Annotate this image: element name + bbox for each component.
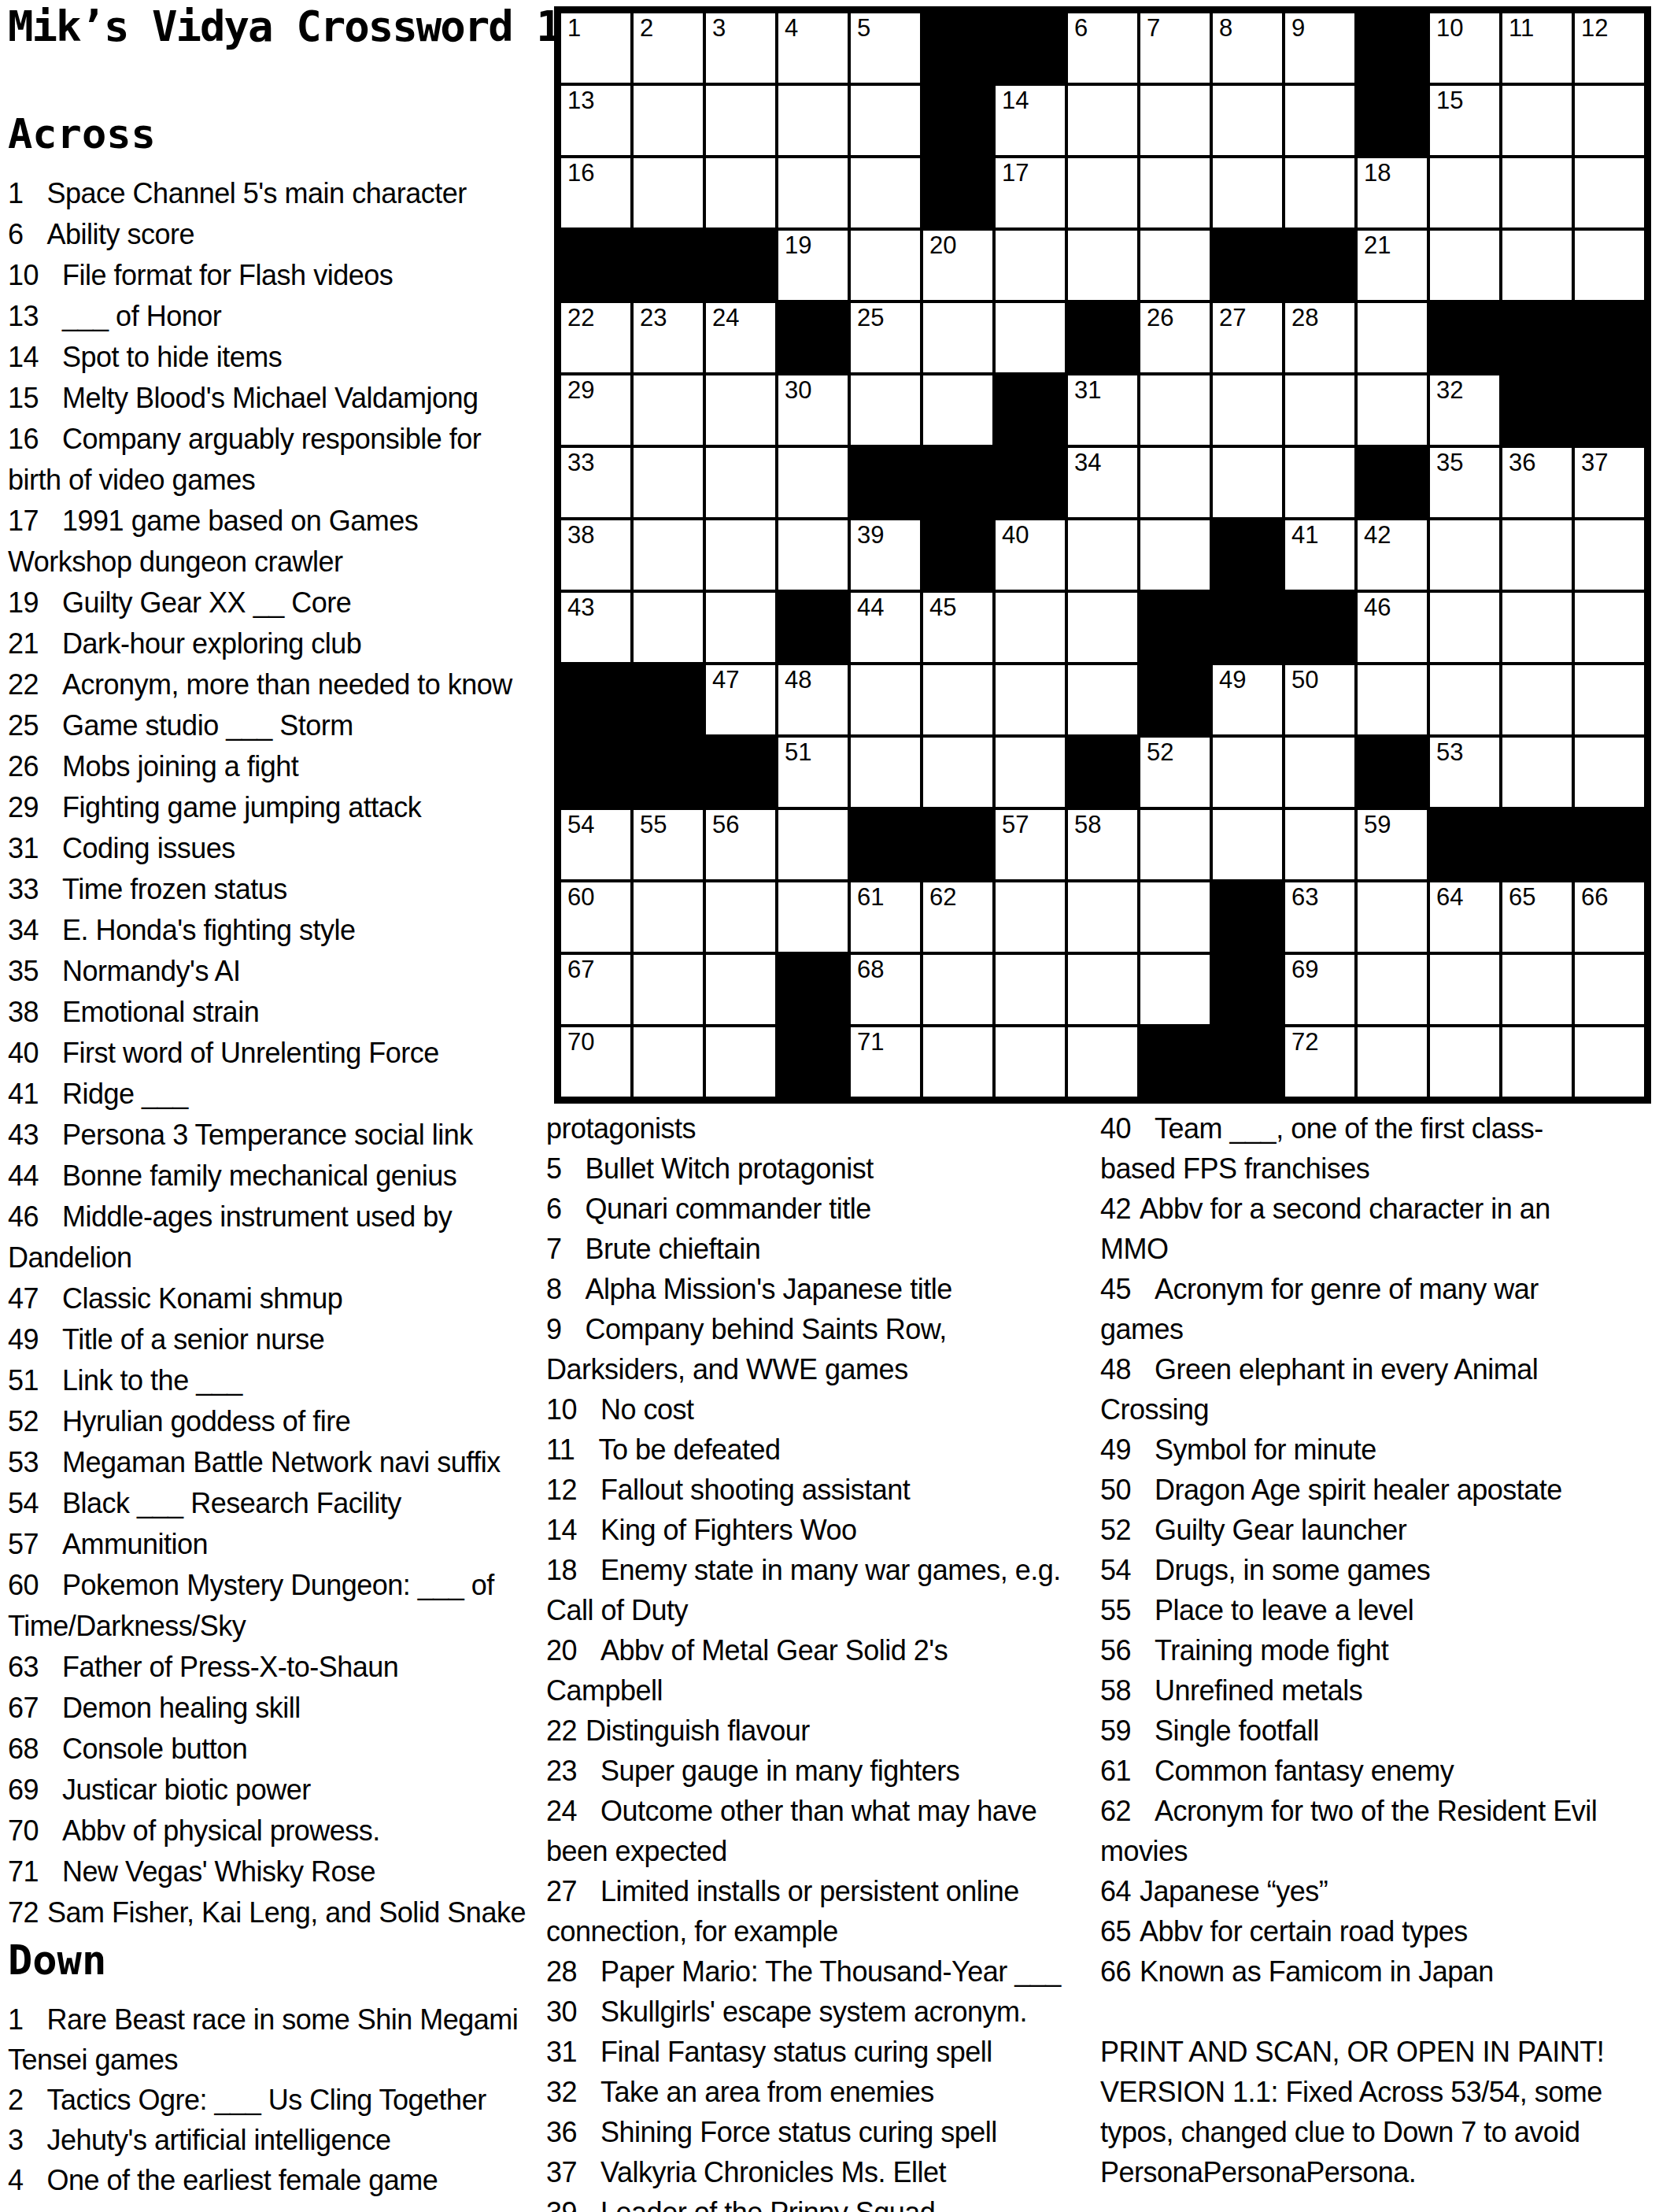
down-clue-9: 9Company behind Saints Row, [546, 1309, 1099, 1349]
black-cell-r11c12 [1356, 736, 1428, 808]
cell-number-59: 59 [1364, 811, 1391, 839]
black-cell-r6c7 [994, 374, 1066, 446]
cell-r4c7[interactable] [994, 229, 1066, 301]
cell-r12c12[interactable]: 59 [1356, 808, 1428, 881]
down-clue-24: 24Outcome other than what may have [546, 1791, 1099, 1831]
cell-r9c13[interactable] [1428, 591, 1501, 664]
cell-number-71: 71 [857, 1028, 884, 1056]
cell-r10c10[interactable]: 49 [1211, 664, 1284, 736]
cell-r2c13[interactable]: 15 [1428, 84, 1501, 157]
cell-r13c11[interactable]: 63 [1284, 881, 1356, 953]
black-cell-r15c9 [1139, 1026, 1211, 1098]
cell-r14c14[interactable] [1501, 953, 1573, 1026]
cell-r3c3[interactable] [704, 157, 777, 229]
cell-r1c1[interactable]: 1 [560, 12, 632, 84]
down-clue-40: 40Team ___, one of the first class- [1100, 1108, 1657, 1149]
down-clue-continuation: based FPS franchises [1100, 1149, 1657, 1189]
across-clue-49: 49Title of a senior nurse [8, 1319, 549, 1360]
cell-r7c9[interactable] [1139, 446, 1211, 519]
cell-r4c5[interactable] [849, 229, 922, 301]
cell-r14c1[interactable]: 67 [560, 953, 632, 1026]
across-clue-25: 25Game studio ___ Storm [8, 705, 549, 746]
cell-r8c9[interactable] [1139, 519, 1211, 591]
cell-number-68: 68 [857, 956, 884, 984]
cell-r7c14[interactable]: 36 [1501, 446, 1573, 519]
cell-r10c3[interactable]: 47 [704, 664, 777, 736]
cell-r6c2[interactable] [632, 374, 704, 446]
cell-r1c3[interactable]: 3 [704, 12, 777, 84]
cell-r11c6[interactable] [922, 736, 994, 808]
cell-r8c13[interactable] [1428, 519, 1501, 591]
cell-r13c1[interactable]: 60 [560, 881, 632, 953]
cell-number-15: 15 [1436, 87, 1463, 115]
black-cell-r10c1 [560, 664, 632, 736]
across-clue-60: 60Pokemon Mystery Dungeon: ___ of [8, 1565, 549, 1606]
cell-r10c5[interactable] [849, 664, 922, 736]
down-clue-64: 64Japanese “yes” [1100, 1871, 1657, 1911]
down-clue-6: 6Qunari commander title [546, 1189, 1099, 1229]
cell-r15c8[interactable] [1066, 1026, 1139, 1098]
down-clues-right-items: 40Team ___, one of the first class-based… [1100, 1108, 1657, 1992]
cell-r9c1[interactable]: 43 [560, 591, 632, 664]
cell-r9c5[interactable]: 44 [849, 591, 922, 664]
cell-r3c5[interactable] [849, 157, 922, 229]
cell-r4c15[interactable] [1573, 229, 1646, 301]
cell-r8c11[interactable]: 41 [1284, 519, 1356, 591]
cell-r3c14[interactable] [1501, 157, 1573, 229]
black-cell-r13c10 [1211, 881, 1284, 953]
cell-r7c10[interactable] [1211, 446, 1284, 519]
cell-number-72: 72 [1291, 1028, 1318, 1056]
cell-r11c5[interactable] [849, 736, 922, 808]
cell-number-8: 8 [1219, 14, 1232, 43]
cell-r2c1[interactable]: 13 [560, 84, 632, 157]
black-cell-r7c7 [994, 446, 1066, 519]
down-clue-number-1: 1 [8, 1999, 24, 2040]
cell-r13c12[interactable] [1356, 881, 1428, 953]
cell-r14c9[interactable] [1139, 953, 1211, 1026]
down-clue-27: 27Limited installs or persistent online [546, 1871, 1099, 1911]
across-clue-number-60: 60 [8, 1565, 39, 1606]
across-clue-continuation: Time/Darkness/Sky [8, 1606, 549, 1647]
cell-number-60: 60 [567, 883, 594, 912]
cell-number-69: 69 [1291, 956, 1318, 984]
cell-r1c13[interactable]: 10 [1428, 12, 1501, 84]
black-cell-r5c4 [777, 301, 849, 374]
down-clue-number-8: 8 [546, 1269, 562, 1309]
cell-r10c7[interactable] [994, 664, 1066, 736]
cell-r15c2[interactable] [632, 1026, 704, 1098]
cell-number-65: 65 [1509, 883, 1535, 912]
cell-r13c2[interactable] [632, 881, 704, 953]
cell-r13c4[interactable] [777, 881, 849, 953]
cell-r4c4[interactable]: 19 [777, 229, 849, 301]
cell-r6c8[interactable]: 31 [1066, 374, 1139, 446]
across-clue-1: 1Space Channel 5's main character [8, 173, 549, 214]
cell-r7c13[interactable]: 35 [1428, 446, 1501, 519]
cell-r6c11[interactable] [1284, 374, 1356, 446]
cell-r14c12[interactable] [1356, 953, 1428, 1026]
across-clue-number-15: 15 [8, 378, 39, 419]
cell-r11c13[interactable]: 53 [1428, 736, 1501, 808]
cell-r5c11[interactable]: 28 [1284, 301, 1356, 374]
cell-r14c7[interactable] [994, 953, 1066, 1026]
cell-r12c2[interactable]: 55 [632, 808, 704, 881]
across-clue-number-10: 10 [8, 255, 39, 296]
cell-r2c9[interactable] [1139, 84, 1211, 157]
cell-r15c3[interactable] [704, 1026, 777, 1098]
black-cell-r9c9 [1139, 591, 1211, 664]
down-clue-39: 39Leader of the Prinny Squad [546, 2192, 1099, 2212]
across-clue-71: 71New Vegas' Whisky Rose [8, 1851, 549, 1892]
cell-r8c3[interactable] [704, 519, 777, 591]
cell-r4c9[interactable] [1139, 229, 1211, 301]
cell-r3c15[interactable] [1573, 157, 1646, 229]
cell-r15c14[interactable] [1501, 1026, 1573, 1098]
across-clue-number-69: 69 [8, 1770, 39, 1811]
cell-r13c14[interactable]: 65 [1501, 881, 1573, 953]
cell-r13c15[interactable]: 66 [1573, 881, 1646, 953]
cell-number-39: 39 [857, 521, 884, 549]
cell-r12c11[interactable] [1284, 808, 1356, 881]
down-clue-number-50: 50 [1100, 1470, 1131, 1510]
cell-r15c6[interactable] [922, 1026, 994, 1098]
down-clue-number-61: 61 [1100, 1751, 1131, 1791]
black-cell-r6c14 [1501, 374, 1573, 446]
cell-r6c1[interactable]: 29 [560, 374, 632, 446]
across-clue-number-1: 1 [8, 173, 24, 214]
cell-r8c14[interactable] [1501, 519, 1573, 591]
across-clue-number-67: 67 [8, 1688, 39, 1729]
across-clue-number-34: 34 [8, 910, 39, 951]
cell-r5c1[interactable]: 22 [560, 301, 632, 374]
black-cell-r9c10 [1211, 591, 1284, 664]
cell-number-21: 21 [1364, 231, 1391, 260]
cell-r3c7[interactable]: 17 [994, 157, 1066, 229]
cell-r8c4[interactable] [777, 519, 849, 591]
across-clue-number-72: 72 [8, 1892, 39, 1933]
cell-r11c14[interactable] [1501, 736, 1573, 808]
across-clue-16: 16Company arguably responsible for [8, 419, 549, 460]
cell-r1c10[interactable]: 8 [1211, 12, 1284, 84]
down-clue-62: 62Acronym for two of the Resident Evil [1100, 1791, 1657, 1831]
cell-number-57: 57 [1002, 811, 1029, 839]
cell-r9c3[interactable] [704, 591, 777, 664]
across-clue-51: 51Link to the ___ [8, 1360, 549, 1401]
cell-r15c13[interactable] [1428, 1026, 1501, 1098]
cell-r14c2[interactable] [632, 953, 704, 1026]
cell-r7c8[interactable]: 34 [1066, 446, 1139, 519]
cell-r14c5[interactable]: 68 [849, 953, 922, 1026]
down-clue-11: 11To be defeated [546, 1430, 1099, 1470]
across-clue-number-21: 21 [8, 623, 39, 664]
down-clue-continuation: connection, for example [546, 1911, 1099, 1951]
cell-number-19: 19 [785, 231, 811, 260]
cell-number-9: 9 [1291, 14, 1305, 43]
cell-r8c12[interactable]: 42 [1356, 519, 1428, 591]
cell-r9c12[interactable]: 46 [1356, 591, 1428, 664]
down-clue-number-42: 42 [1100, 1189, 1131, 1229]
cell-number-11: 11 [1509, 14, 1534, 43]
down-clue-number-54: 54 [1100, 1550, 1131, 1590]
cell-r3c2[interactable] [632, 157, 704, 229]
cell-r7c4[interactable] [777, 446, 849, 519]
across-clue-number-22: 22 [8, 664, 39, 705]
cell-r15c15[interactable] [1573, 1026, 1646, 1098]
cell-r1c15[interactable]: 12 [1573, 12, 1646, 84]
cell-number-63: 63 [1291, 883, 1318, 912]
cell-number-27: 27 [1219, 304, 1246, 332]
black-cell-r8c10 [1211, 519, 1284, 591]
cell-r7c3[interactable] [704, 446, 777, 519]
cell-r2c11[interactable] [1284, 84, 1356, 157]
across-clue-number-51: 51 [8, 1360, 39, 1401]
cell-r6c12[interactable] [1356, 374, 1428, 446]
cell-r2c10[interactable] [1211, 84, 1284, 157]
cell-r14c6[interactable] [922, 953, 994, 1026]
cell-r10c12[interactable] [1356, 664, 1428, 736]
cell-number-58: 58 [1074, 811, 1101, 839]
cell-r6c5[interactable] [849, 374, 922, 446]
cell-r6c13[interactable]: 32 [1428, 374, 1501, 446]
cell-r1c14[interactable]: 11 [1501, 12, 1573, 84]
cell-r3c1[interactable]: 16 [560, 157, 632, 229]
cell-r7c15[interactable]: 37 [1573, 446, 1646, 519]
page-title: Mik’s Vidya Crossword 1 [8, 2, 560, 51]
cell-r6c9[interactable] [1139, 374, 1211, 446]
cell-r15c1[interactable]: 70 [560, 1026, 632, 1098]
cell-r5c12[interactable] [1356, 301, 1428, 374]
cell-r3c11[interactable] [1284, 157, 1356, 229]
across-clue-63: 63Father of Press-X-to-Shaun [8, 1647, 549, 1688]
cell-r5c3[interactable]: 24 [704, 301, 777, 374]
cell-r12c1[interactable]: 54 [560, 808, 632, 881]
cell-r4c14[interactable] [1501, 229, 1573, 301]
cell-r12c7[interactable]: 57 [994, 808, 1066, 881]
cell-r6c3[interactable] [704, 374, 777, 446]
cell-number-45: 45 [929, 594, 956, 622]
across-clue-list: 1Space Channel 5's main character6Abilit… [8, 173, 549, 1933]
cell-r2c4[interactable] [777, 84, 849, 157]
across-clue-53: 53Megaman Battle Network navi suffix [8, 1442, 549, 1483]
cell-r5c10[interactable]: 27 [1211, 301, 1284, 374]
cell-r2c15[interactable] [1573, 84, 1646, 157]
cell-r1c9[interactable]: 7 [1139, 12, 1211, 84]
cell-r10c6[interactable] [922, 664, 994, 736]
cell-r10c13[interactable] [1428, 664, 1501, 736]
across-clue-number-13: 13 [8, 296, 39, 337]
cell-r8c1[interactable]: 38 [560, 519, 632, 591]
cell-r4c6[interactable]: 20 [922, 229, 994, 301]
across-clue-number-29: 29 [8, 787, 39, 828]
cell-r14c11[interactable]: 69 [1284, 953, 1356, 1026]
cell-r2c2[interactable] [632, 84, 704, 157]
cell-r2c14[interactable] [1501, 84, 1573, 157]
cell-r5c5[interactable]: 25 [849, 301, 922, 374]
cell-r7c1[interactable]: 33 [560, 446, 632, 519]
cell-r10c11[interactable]: 50 [1284, 664, 1356, 736]
cell-r9c2[interactable] [632, 591, 704, 664]
cell-r5c7[interactable] [994, 301, 1066, 374]
cell-r5c2[interactable]: 23 [632, 301, 704, 374]
across-clue-number-31: 31 [8, 828, 39, 869]
cell-r2c8[interactable] [1066, 84, 1139, 157]
cell-r11c11[interactable] [1284, 736, 1356, 808]
black-cell-r1c6 [922, 12, 994, 84]
down-clue-continuation: Campbell [546, 1670, 1099, 1711]
cell-r4c13[interactable] [1428, 229, 1501, 301]
cell-r10c4[interactable]: 48 [777, 664, 849, 736]
cell-r1c8[interactable]: 6 [1066, 12, 1139, 84]
cell-number-34: 34 [1074, 449, 1101, 477]
cell-r6c4[interactable]: 30 [777, 374, 849, 446]
cell-r4c12[interactable]: 21 [1356, 229, 1428, 301]
down-clue-continuation: protagonists [546, 1108, 1099, 1149]
down-clue-number-7: 7 [546, 1229, 562, 1269]
cell-r3c10[interactable] [1211, 157, 1284, 229]
down-clue-number-20: 20 [546, 1630, 577, 1670]
cell-r9c7[interactable] [994, 591, 1066, 664]
cell-r10c14[interactable] [1501, 664, 1573, 736]
cell-r11c15[interactable] [1573, 736, 1646, 808]
cell-r15c11[interactable]: 72 [1284, 1026, 1356, 1098]
black-cell-r12c6 [922, 808, 994, 881]
cell-r12c9[interactable] [1139, 808, 1211, 881]
down-clue-48: 48Green elephant in every Animal [1100, 1349, 1657, 1389]
cell-r1c2[interactable]: 2 [632, 12, 704, 84]
cell-r10c8[interactable] [1066, 664, 1139, 736]
cell-r1c4[interactable]: 4 [777, 12, 849, 84]
black-cell-r6c15 [1573, 374, 1646, 446]
cell-number-46: 46 [1364, 594, 1391, 622]
down-clue-continuation: Darksiders, and WWE games [546, 1349, 1099, 1389]
cell-r7c2[interactable] [632, 446, 704, 519]
across-clue-number-52: 52 [8, 1401, 39, 1442]
down-clue-number-36: 36 [546, 2112, 577, 2152]
cell-r9c14[interactable] [1501, 591, 1573, 664]
cell-r6c10[interactable] [1211, 374, 1284, 446]
cell-number-41: 41 [1291, 521, 1318, 549]
down-clue-number-65: 65 [1100, 1911, 1131, 1951]
down-clue-50: 50Dragon Age spirit healer apostate [1100, 1470, 1657, 1510]
across-clue-21: 21Dark-hour exploring club [8, 623, 549, 664]
cell-r11c7[interactable] [994, 736, 1066, 808]
across-clue-67: 67Demon healing skill [8, 1688, 549, 1729]
down-clue-5: 5Bullet Witch protagonist [546, 1149, 1099, 1189]
down-clue-18: 18Enemy state in many war games, e.g. [546, 1550, 1099, 1590]
cell-r13c6[interactable]: 62 [922, 881, 994, 953]
cell-r3c13[interactable] [1428, 157, 1501, 229]
down-clue-number-4: 4 [8, 2160, 24, 2200]
cell-r3c4[interactable] [777, 157, 849, 229]
cell-r9c8[interactable] [1066, 591, 1139, 664]
cell-r8c7[interactable]: 40 [994, 519, 1066, 591]
cell-r3c12[interactable]: 18 [1356, 157, 1428, 229]
black-cell-r14c10 [1211, 953, 1284, 1026]
cell-r12c3[interactable]: 56 [704, 808, 777, 881]
cell-r14c15[interactable] [1573, 953, 1646, 1026]
cell-r13c13[interactable]: 64 [1428, 881, 1501, 953]
cell-r8c8[interactable] [1066, 519, 1139, 591]
cell-r12c4[interactable] [777, 808, 849, 881]
cell-r1c11[interactable]: 9 [1284, 12, 1356, 84]
cell-r2c7[interactable]: 14 [994, 84, 1066, 157]
cell-r6c6[interactable] [922, 374, 994, 446]
cell-r8c15[interactable] [1573, 519, 1646, 591]
cell-number-7: 7 [1147, 14, 1160, 43]
cell-r14c8[interactable] [1066, 953, 1139, 1026]
cell-r14c13[interactable] [1428, 953, 1501, 1026]
down-clue-number-9: 9 [546, 1309, 562, 1349]
cell-r7c11[interactable] [1284, 446, 1356, 519]
cell-r11c10[interactable] [1211, 736, 1284, 808]
cell-number-54: 54 [567, 811, 594, 839]
cell-r11c9[interactable]: 52 [1139, 736, 1211, 808]
cell-r14c3[interactable] [704, 953, 777, 1026]
cell-r5c6[interactable] [922, 301, 994, 374]
cell-r2c3[interactable] [704, 84, 777, 157]
cell-number-30: 30 [785, 376, 811, 405]
cell-r12c10[interactable] [1211, 808, 1284, 881]
cell-r8c5[interactable]: 39 [849, 519, 922, 591]
across-clue-number-71: 71 [8, 1851, 39, 1892]
cell-r5c9[interactable]: 26 [1139, 301, 1211, 374]
cell-r13c3[interactable] [704, 881, 777, 953]
cell-r3c9[interactable] [1139, 157, 1211, 229]
cell-r13c9[interactable] [1139, 881, 1211, 953]
down-header: Down [8, 1936, 106, 1984]
black-cell-r2c12 [1356, 84, 1428, 157]
down-clue-49: 49Symbol for minute [1100, 1430, 1657, 1470]
across-clue-number-70: 70 [8, 1811, 39, 1851]
across-clue-6: 6Ability score [8, 214, 549, 255]
down-clue-4: 4One of the earliest female game [8, 2160, 518, 2200]
cell-r4c8[interactable] [1066, 229, 1139, 301]
across-clue-43: 43Persona 3 Temperance social link [8, 1115, 549, 1156]
cell-r1c5[interactable]: 5 [849, 12, 922, 84]
across-clue-72: 72Sam Fisher, Kai Leng, and Solid Snake [8, 1892, 549, 1933]
cell-r13c7[interactable] [994, 881, 1066, 953]
cell-number-14: 14 [1002, 87, 1029, 115]
down-clue-number-66: 66 [1100, 1951, 1131, 1992]
cell-r10c15[interactable] [1573, 664, 1646, 736]
cell-r9c6[interactable]: 45 [922, 591, 994, 664]
cell-r15c12[interactable] [1356, 1026, 1428, 1098]
down-clue-number-18: 18 [546, 1550, 577, 1590]
cell-r9c15[interactable] [1573, 591, 1646, 664]
across-clue-69: 69Justicar biotic power [8, 1770, 549, 1811]
cell-r15c7[interactable] [994, 1026, 1066, 1098]
cell-number-26: 26 [1147, 304, 1173, 332]
down-clue-number-64: 64 [1100, 1871, 1131, 1911]
cell-r13c5[interactable]: 61 [849, 881, 922, 953]
cell-r15c5[interactable]: 71 [849, 1026, 922, 1098]
cell-r2c5[interactable] [849, 84, 922, 157]
down-clue-number-12: 12 [546, 1470, 577, 1510]
cell-number-42: 42 [1364, 521, 1391, 549]
down-clue-number-3: 3 [8, 2120, 24, 2160]
cell-r8c2[interactable] [632, 519, 704, 591]
cell-r3c8[interactable] [1066, 157, 1139, 229]
cell-r13c8[interactable] [1066, 881, 1139, 953]
across-clue-number-19: 19 [8, 583, 39, 623]
cell-number-24: 24 [712, 304, 739, 332]
cell-number-4: 4 [785, 14, 798, 43]
black-cell-r11c8 [1066, 736, 1139, 808]
cell-r11c4[interactable]: 51 [777, 736, 849, 808]
cell-number-56: 56 [712, 811, 739, 839]
cell-r12c8[interactable]: 58 [1066, 808, 1139, 881]
